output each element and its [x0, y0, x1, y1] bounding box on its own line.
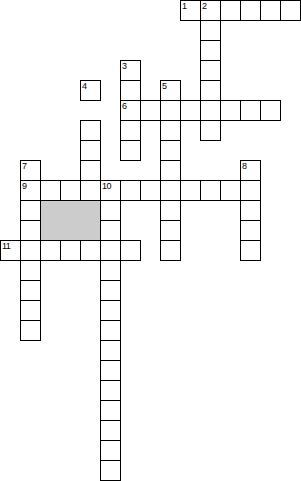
cell-r8c4[interactable] — [80, 160, 101, 181]
clue-number-9: 9 — [22, 181, 27, 191]
cell-r4c8[interactable]: 5 — [160, 80, 181, 101]
cell-r5c10[interactable] — [200, 100, 221, 121]
cell-r7c8[interactable] — [160, 140, 181, 161]
cell-r2c10[interactable] — [200, 40, 221, 61]
cell-r9c11[interactable] — [220, 180, 241, 201]
cell-r12c6[interactable] — [120, 240, 141, 261]
cell-r3c10[interactable] — [200, 60, 221, 81]
crossword-board: 1234567891011 — [0, 0, 301, 481]
clue-number-1: 1 — [182, 1, 187, 11]
cell-r6c8[interactable] — [160, 120, 181, 141]
cell-r7c4[interactable] — [80, 140, 101, 161]
cell-r9c6[interactable] — [120, 180, 141, 201]
clue-number-6: 6 — [122, 101, 127, 111]
cell-r9c12[interactable] — [240, 180, 261, 201]
cell-r9c8[interactable] — [160, 180, 181, 201]
clue-number-8: 8 — [242, 161, 247, 171]
cell-r5c8[interactable] — [160, 100, 181, 121]
cell-r5c6[interactable]: 6 — [120, 100, 141, 121]
cell-r6c4[interactable] — [80, 120, 101, 141]
cell-r4c10[interactable] — [200, 80, 221, 101]
cell-r11c12[interactable] — [240, 220, 261, 241]
cell-r11c1[interactable] — [20, 220, 41, 241]
cell-r8c8[interactable] — [160, 160, 181, 181]
cell-r10c1[interactable] — [20, 200, 41, 221]
cell-r17c5[interactable] — [100, 340, 121, 361]
cell-r12c0[interactable]: 11 — [0, 240, 21, 261]
cell-r12c3[interactable] — [60, 240, 81, 261]
clue-number-5: 5 — [162, 81, 167, 91]
cell-r18c5[interactable] — [100, 360, 121, 381]
cell-r9c10[interactable] — [200, 180, 221, 201]
shaded-block — [40, 200, 101, 241]
cell-r10c8[interactable] — [160, 200, 181, 221]
cell-r6c10[interactable] — [200, 120, 221, 141]
clue-number-2: 2 — [202, 1, 207, 11]
cell-r12c4[interactable] — [80, 240, 101, 261]
cell-r22c5[interactable] — [100, 440, 121, 461]
cell-r8c1[interactable]: 7 — [20, 160, 41, 181]
cell-r16c5[interactable] — [100, 320, 121, 341]
cell-r5c13[interactable] — [260, 100, 281, 121]
cell-r9c1[interactable]: 9 — [20, 180, 41, 201]
cell-r19c5[interactable] — [100, 380, 121, 401]
clue-number-3: 3 — [122, 61, 127, 71]
cell-r5c9[interactable] — [180, 100, 201, 121]
cell-r9c9[interactable] — [180, 180, 201, 201]
clue-number-10: 10 — [102, 181, 111, 191]
cell-r20c5[interactable] — [100, 400, 121, 421]
cell-r12c1[interactable] — [20, 240, 41, 261]
cell-r14c5[interactable] — [100, 280, 121, 301]
clue-number-4: 4 — [82, 81, 87, 91]
cell-r10c5[interactable] — [100, 200, 121, 221]
cell-r15c5[interactable] — [100, 300, 121, 321]
cell-r0c11[interactable] — [220, 0, 241, 21]
cell-r10c12[interactable] — [240, 200, 261, 221]
cell-r0c14[interactable] — [280, 0, 301, 21]
cell-r0c10[interactable]: 2 — [200, 0, 221, 21]
cell-r11c5[interactable] — [100, 220, 121, 241]
cell-r9c2[interactable] — [40, 180, 61, 201]
cell-r4c4[interactable]: 4 — [80, 80, 101, 101]
cell-r23c5[interactable] — [100, 460, 121, 481]
cell-r15c1[interactable] — [20, 300, 41, 321]
cell-r14c1[interactable] — [20, 280, 41, 301]
cell-r9c5[interactable]: 10 — [100, 180, 121, 201]
cell-r21c5[interactable] — [100, 420, 121, 441]
cell-r12c12[interactable] — [240, 240, 261, 261]
cell-r5c11[interactable] — [220, 100, 241, 121]
cell-r0c9[interactable]: 1 — [180, 0, 201, 21]
cell-r6c6[interactable] — [120, 120, 141, 141]
cell-r12c5[interactable] — [100, 240, 121, 261]
cell-r7c6[interactable] — [120, 140, 141, 161]
cell-r11c8[interactable] — [160, 220, 181, 241]
cell-r12c8[interactable] — [160, 240, 181, 261]
cell-r13c1[interactable] — [20, 260, 41, 281]
cell-r4c6[interactable] — [120, 80, 141, 101]
cell-r16c1[interactable] — [20, 320, 41, 341]
cell-r9c3[interactable] — [60, 180, 81, 201]
cell-r0c12[interactable] — [240, 0, 261, 21]
clue-number-7: 7 — [22, 161, 27, 171]
cell-r13c5[interactable] — [100, 260, 121, 281]
cell-r5c7[interactable] — [140, 100, 161, 121]
clue-number-11: 11 — [2, 241, 10, 251]
cell-r5c12[interactable] — [240, 100, 261, 121]
cell-r3c6[interactable]: 3 — [120, 60, 141, 81]
cell-r1c10[interactable] — [200, 20, 221, 41]
cell-r0c13[interactable] — [260, 0, 281, 21]
cell-r9c7[interactable] — [140, 180, 161, 201]
cell-r8c12[interactable]: 8 — [240, 160, 261, 181]
cell-r9c4[interactable] — [80, 180, 101, 201]
cell-r12c2[interactable] — [40, 240, 61, 261]
